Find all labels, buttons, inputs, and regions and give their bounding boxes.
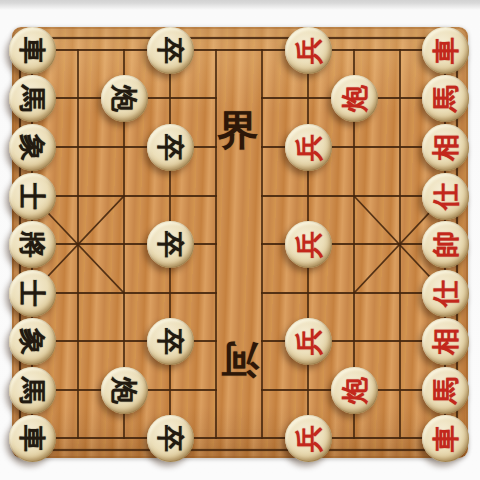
piece-red-chariot[interactable]: 車 bbox=[422, 27, 469, 74]
black-advisor-glyph: 士 bbox=[19, 280, 46, 307]
black-soldier-glyph: 卒 bbox=[157, 231, 184, 258]
piece-black-chariot[interactable]: 車 bbox=[9, 415, 56, 462]
red-soldier-glyph: 兵 bbox=[295, 328, 322, 355]
photo-frame: 界 河 車馬象士將士象馬車炮炮卒卒卒卒卒兵兵兵兵兵炮炮車馬相仕帥仕相馬車 bbox=[0, 0, 480, 480]
piece-red-soldier[interactable]: 兵 bbox=[285, 124, 332, 171]
red-advisor-glyph: 仕 bbox=[432, 280, 459, 307]
piece-red-advisor[interactable]: 仕 bbox=[422, 270, 469, 317]
red-cannon-glyph: 炮 bbox=[341, 85, 368, 112]
piece-black-elephant[interactable]: 象 bbox=[9, 124, 56, 171]
piece-black-soldier[interactable]: 卒 bbox=[147, 221, 194, 268]
red-cannon-glyph: 炮 bbox=[341, 377, 368, 404]
red-soldier-glyph: 兵 bbox=[295, 425, 322, 452]
red-soldier-glyph: 兵 bbox=[295, 37, 322, 64]
piece-red-advisor[interactable]: 仕 bbox=[422, 173, 469, 220]
piece-black-horse[interactable]: 馬 bbox=[9, 367, 56, 414]
piece-red-soldier[interactable]: 兵 bbox=[285, 415, 332, 462]
black-soldier-glyph: 卒 bbox=[157, 425, 184, 452]
piece-black-soldier[interactable]: 卒 bbox=[147, 318, 194, 365]
red-elephant-glyph: 相 bbox=[432, 134, 459, 161]
red-horse-glyph: 馬 bbox=[432, 85, 459, 112]
red-general-glyph: 帥 bbox=[432, 231, 459, 258]
piece-black-soldier[interactable]: 卒 bbox=[147, 124, 194, 171]
red-horse-glyph: 馬 bbox=[432, 377, 459, 404]
piece-red-cannon[interactable]: 炮 bbox=[331, 75, 378, 122]
piece-red-soldier[interactable]: 兵 bbox=[285, 221, 332, 268]
red-soldier-glyph: 兵 bbox=[295, 134, 322, 161]
black-soldier-glyph: 卒 bbox=[157, 37, 184, 64]
black-general-glyph: 將 bbox=[19, 231, 46, 258]
black-elephant-glyph: 象 bbox=[19, 328, 46, 355]
black-cannon-glyph: 炮 bbox=[111, 377, 138, 404]
black-horse-glyph: 馬 bbox=[19, 377, 46, 404]
black-horse-glyph: 馬 bbox=[19, 85, 46, 112]
piece-black-chariot[interactable]: 車 bbox=[9, 27, 56, 74]
red-chariot-glyph: 車 bbox=[432, 37, 459, 64]
black-chariot-glyph: 車 bbox=[19, 425, 46, 452]
black-elephant-glyph: 象 bbox=[19, 134, 46, 161]
piece-black-soldier[interactable]: 卒 bbox=[147, 415, 194, 462]
piece-red-soldier[interactable]: 兵 bbox=[285, 27, 332, 74]
xiangqi-board bbox=[12, 27, 468, 458]
piece-red-elephant[interactable]: 相 bbox=[422, 318, 469, 365]
black-chariot-glyph: 車 bbox=[19, 37, 46, 64]
piece-black-advisor[interactable]: 士 bbox=[9, 270, 56, 317]
red-advisor-glyph: 仕 bbox=[432, 183, 459, 210]
piece-red-horse[interactable]: 馬 bbox=[422, 367, 469, 414]
piece-red-cannon[interactable]: 炮 bbox=[331, 367, 378, 414]
piece-red-soldier[interactable]: 兵 bbox=[285, 318, 332, 365]
piece-red-general[interactable]: 帥 bbox=[422, 221, 469, 268]
piece-black-general[interactable]: 將 bbox=[9, 221, 56, 268]
black-cannon-glyph: 炮 bbox=[111, 85, 138, 112]
black-soldier-glyph: 卒 bbox=[157, 328, 184, 355]
red-elephant-glyph: 相 bbox=[432, 328, 459, 355]
piece-red-elephant[interactable]: 相 bbox=[422, 124, 469, 171]
piece-black-horse[interactable]: 馬 bbox=[9, 75, 56, 122]
piece-black-elephant[interactable]: 象 bbox=[9, 318, 56, 365]
piece-black-cannon[interactable]: 炮 bbox=[101, 367, 148, 414]
black-soldier-glyph: 卒 bbox=[157, 134, 184, 161]
piece-red-chariot[interactable]: 車 bbox=[422, 415, 469, 462]
red-soldier-glyph: 兵 bbox=[295, 231, 322, 258]
piece-red-horse[interactable]: 馬 bbox=[422, 75, 469, 122]
piece-black-cannon[interactable]: 炮 bbox=[101, 75, 148, 122]
red-chariot-glyph: 車 bbox=[432, 425, 459, 452]
piece-black-advisor[interactable]: 士 bbox=[9, 173, 56, 220]
black-advisor-glyph: 士 bbox=[19, 183, 46, 210]
piece-black-soldier[interactable]: 卒 bbox=[147, 27, 194, 74]
